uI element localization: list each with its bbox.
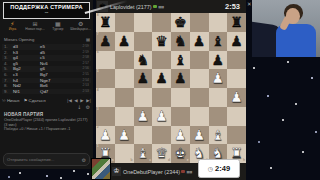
white-king[interactable]: ♚ xyxy=(171,144,190,163)
square-a3[interactable]: 3 xyxy=(96,107,115,126)
square-h4[interactable]: ♟ xyxy=(227,88,246,107)
top-clock: 2:53 xyxy=(225,2,246,11)
square-e3[interactable] xyxy=(171,107,190,126)
square-d8[interactable] xyxy=(152,13,171,32)
chat-input[interactable]: Отправить сообщение... ⚙ xyxy=(3,153,90,166)
nav-last-button[interactable]: ▶| xyxy=(86,98,91,103)
nav-prev-button[interactable]: ◀ xyxy=(74,98,77,103)
square-f7[interactable]: ♟ xyxy=(190,32,209,51)
square-h8[interactable]: ♜ xyxy=(227,13,246,32)
rank-label: 4 xyxy=(97,89,99,93)
rank-label: 6 xyxy=(97,51,99,55)
white-move[interactable]: Nf1 xyxy=(13,89,40,95)
chat-gear-icon[interactable]: ⚙ xyxy=(82,157,86,163)
white-king-icon: ♔ xyxy=(112,167,121,176)
matchup-text: OneDebutPlayer (2344) против Laplovidet … xyxy=(4,118,90,123)
square-g4[interactable] xyxy=(209,88,228,107)
black-pawn[interactable]: ♟ xyxy=(227,32,246,51)
tab-new-game[interactable]: ⊞ Новая пар… xyxy=(24,20,47,34)
square-a5[interactable]: 5 xyxy=(96,69,115,88)
white-bishop[interactable]: ♝ xyxy=(209,126,228,145)
close-icon[interactable]: ✕ xyxy=(247,1,252,7)
secondary-icons: ↓ ⚙ xyxy=(2,104,90,111)
black-pawn[interactable]: ♟ xyxy=(96,32,115,51)
black-rook[interactable]: ♜ xyxy=(96,13,115,32)
square-c4[interactable] xyxy=(134,88,153,107)
white-pawn[interactable]: ♟ xyxy=(134,107,153,126)
move-row: 9.Nf1Qd72:53 xyxy=(2,89,91,95)
square-d2[interactable] xyxy=(152,126,171,145)
square-d4[interactable] xyxy=(152,88,171,107)
square-c5[interactable]: ♟ xyxy=(134,69,153,88)
square-d7[interactable]: ♛ xyxy=(152,32,171,51)
download-icon[interactable]: ↓ xyxy=(77,104,81,111)
square-a7[interactable]: 7♟ xyxy=(96,32,115,51)
webcam-feed xyxy=(252,0,320,57)
bottom-clock: ◷ 2:49 xyxy=(198,159,240,178)
square-g8[interactable] xyxy=(209,13,228,32)
square-e1[interactable]: e♚ xyxy=(171,144,190,163)
square-e6[interactable]: ♝ xyxy=(171,51,190,70)
square-a8[interactable]: 8♜ xyxy=(96,13,115,32)
board-grid-icon: ▦ xyxy=(47,20,70,27)
black-knight[interactable]: ♞ xyxy=(171,32,190,51)
black-pawn[interactable]: ♟ xyxy=(190,32,209,51)
square-a2[interactable]: 2♟ xyxy=(96,126,115,145)
rank-label: 3 xyxy=(97,108,99,112)
game-controls: ½ Ничья ⚑ Сдаться |◀ ◀ ▶ ▶| xyxy=(2,96,91,104)
square-g7[interactable]: ♝ xyxy=(209,32,228,51)
square-h7[interactable]: ♟ xyxy=(227,32,246,51)
white-pawn[interactable]: ♟ xyxy=(152,107,171,126)
square-c8[interactable] xyxy=(134,13,153,32)
black-pawn[interactable]: ♟ xyxy=(171,69,190,88)
draw-button[interactable]: ½ Ничья xyxy=(2,98,19,103)
tab-tournament[interactable]: ▦ Турнир xyxy=(47,20,70,34)
chat-placeholder: Отправить сообщение... xyxy=(7,157,82,162)
square-e4[interactable] xyxy=(171,88,190,107)
resign-button[interactable]: ⚑ Сдаться xyxy=(23,98,45,103)
square-b4[interactable] xyxy=(115,88,134,107)
white-pawn[interactable]: ♟ xyxy=(171,126,190,145)
opening-name: Mieses Opening xyxy=(4,36,34,43)
move-number: 9. xyxy=(2,89,13,95)
square-f8[interactable] xyxy=(190,13,209,32)
square-c6[interactable]: ♞ xyxy=(134,51,153,70)
square-h5[interactable] xyxy=(227,69,246,88)
square-a6[interactable]: 6 xyxy=(96,51,115,70)
black-queen[interactable]: ♛ xyxy=(152,32,171,51)
square-b7[interactable]: ♟ xyxy=(115,32,134,51)
square-c3[interactable]: ♟ xyxy=(134,107,153,126)
streamer-support-banner: ПОДДЕРЖКА СТРИМЕРА ••• xyxy=(3,2,90,19)
new-game-panel: НОВАЯ ПАРТИЯ OneDebutPlayer (2344) проти… xyxy=(4,112,90,132)
nav-first-button[interactable]: |◀ xyxy=(67,98,72,103)
move-time: 2:53 xyxy=(67,89,91,95)
black-knight[interactable]: ♞ xyxy=(134,51,153,70)
black-pawn[interactable]: ♟ xyxy=(115,32,134,51)
nav-next-button[interactable]: ▶ xyxy=(80,98,83,103)
square-f4[interactable] xyxy=(190,88,209,107)
tab-swiss[interactable]: ⚙ Швейцарск… xyxy=(69,20,92,34)
stream-screen: ПОДДЕРЖКА СТРИМЕРА ••• ⚡ Игра ⊞ Новая па… xyxy=(0,0,320,180)
bottom-player-name[interactable]: OneDebutPlayer (2344) xyxy=(123,169,180,175)
black-king[interactable]: ♚ xyxy=(171,13,190,32)
square-a4[interactable]: 4 xyxy=(96,88,115,107)
square-d6[interactable] xyxy=(152,51,171,70)
banner-title: ПОДДЕРЖКА СТРИМЕРА xyxy=(4,3,89,11)
online-badge xyxy=(153,5,157,9)
chess-board[interactable]: 8♜♚♜7♟♟♛♞♟♝♟6♞♝♟5♟♟♟♟4♟3♟♟2♟♟♟♟♝1a♜bc♝d♛… xyxy=(96,13,246,163)
square-g3[interactable] xyxy=(209,107,228,126)
score-text: Победы +0 / Ничьи +1 / Поражения -1 xyxy=(4,127,90,132)
square-f3[interactable] xyxy=(190,107,209,126)
lightning-icon: ⚡ xyxy=(1,20,24,27)
square-f5[interactable] xyxy=(190,69,209,88)
square-e7[interactable]: ♞ xyxy=(171,32,190,51)
black-bishop[interactable]: ♝ xyxy=(171,51,190,70)
white-pawn[interactable]: ♟ xyxy=(115,126,134,145)
sidebar-tabs: ⚡ Игра ⊞ Новая пар… ▦ Турнир ⚙ Швейцарск… xyxy=(1,20,92,34)
black-pawn[interactable]: ♟ xyxy=(152,69,171,88)
square-e5[interactable]: ♟ xyxy=(171,69,190,88)
white-queen[interactable]: ♛ xyxy=(152,144,171,163)
book-icon: ▤ xyxy=(86,36,90,43)
gear-icon: ⚙ xyxy=(69,20,92,27)
opening-row: Mieses Opening ▤ xyxy=(4,36,90,43)
square-c7[interactable] xyxy=(134,32,153,51)
white-pawn[interactable]: ♟ xyxy=(227,88,246,107)
avatar[interactable] xyxy=(91,158,111,180)
white-bishop[interactable]: ♝ xyxy=(134,144,153,163)
square-h2[interactable] xyxy=(227,126,246,145)
tab-game[interactable]: ⚡ Игра xyxy=(1,20,24,34)
black-rook[interactable]: ♜ xyxy=(227,13,246,32)
sidebar: ПОДДЕРЖКА СТРИМЕРА ••• ⚡ Игра ⊞ Новая па… xyxy=(0,0,93,169)
black-move[interactable]: Qd7 xyxy=(40,89,67,95)
white-pawn[interactable]: ♟ xyxy=(209,69,228,88)
square-b3[interactable] xyxy=(115,107,134,126)
square-d1[interactable]: d♛ xyxy=(152,144,171,163)
signal-bars-icon: ▮▮▮▮ xyxy=(158,5,163,9)
square-b1[interactable]: b xyxy=(115,144,134,163)
black-pawn[interactable]: ♟ xyxy=(134,69,153,88)
white-pawn[interactable]: ♟ xyxy=(190,126,209,145)
black-pawn[interactable]: ♟ xyxy=(209,51,228,70)
move-list[interactable]: 1.d3e52:592.h3d52:593.g4c52:584.g5Nc62:5… xyxy=(2,44,91,95)
square-e8[interactable]: ♚ xyxy=(171,13,190,32)
plus-square-icon: ⊞ xyxy=(24,20,47,27)
square-c1[interactable]: c♝ xyxy=(134,144,153,163)
square-e2[interactable]: ♟ xyxy=(171,126,190,145)
black-bishop[interactable]: ♝ xyxy=(209,32,228,51)
white-pawn[interactable]: ♟ xyxy=(96,126,115,145)
banner-subtitle: ••• xyxy=(4,11,89,15)
square-f2[interactable]: ♟ xyxy=(190,126,209,145)
file-label: b xyxy=(130,159,132,163)
square-c2[interactable] xyxy=(134,126,153,145)
square-d3[interactable]: ♟ xyxy=(152,107,171,126)
square-g2[interactable]: ♝ xyxy=(209,126,228,145)
square-h3[interactable] xyxy=(227,107,246,126)
square-f6[interactable] xyxy=(190,51,209,70)
flag-badge xyxy=(181,170,185,174)
square-h6[interactable] xyxy=(227,51,246,70)
square-b6[interactable] xyxy=(115,51,134,70)
square-b5[interactable] xyxy=(115,69,134,88)
settings-gear-icon[interactable]: ⚙ xyxy=(86,104,90,111)
square-g5[interactable]: ♟ xyxy=(209,69,228,88)
square-b8[interactable] xyxy=(115,13,134,32)
square-d5[interactable]: ♟ xyxy=(152,69,171,88)
rank-label: 5 xyxy=(97,70,99,74)
signal-bars-icon: ▮▮▮▮ xyxy=(186,170,191,174)
square-g6[interactable]: ♟ xyxy=(209,51,228,70)
clock-icon: ◷ xyxy=(208,165,213,172)
square-b2[interactable]: ♟ xyxy=(115,126,134,145)
